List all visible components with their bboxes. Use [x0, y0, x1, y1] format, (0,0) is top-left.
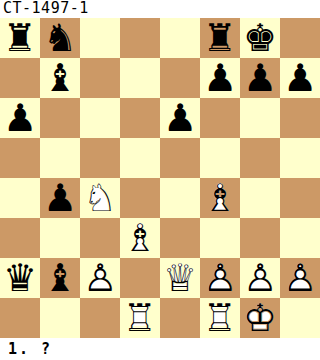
piece-black-knight[interactable]: ♞ — [40, 18, 80, 58]
square-a4[interactable] — [0, 178, 40, 218]
square-d7[interactable] — [120, 58, 160, 98]
square-f7[interactable]: ♟ — [200, 58, 240, 98]
piece-outline-glyph: ♕ — [163, 259, 197, 297]
square-e2[interactable]: ♛♕ — [160, 258, 200, 298]
piece-white-bishop[interactable]: ♝♗ — [120, 218, 160, 258]
square-d8[interactable] — [120, 18, 160, 58]
piece-glyph: ♞ — [43, 19, 77, 57]
square-d2[interactable] — [120, 258, 160, 298]
square-f3[interactable] — [200, 218, 240, 258]
square-a3[interactable] — [0, 218, 40, 258]
square-g3[interactable] — [240, 218, 280, 258]
move-prompt: 1. ? — [0, 338, 320, 360]
square-c4[interactable]: ♞♘ — [80, 178, 120, 218]
piece-black-queen[interactable]: ♛ — [0, 258, 40, 298]
piece-white-pawn[interactable]: ♟♙ — [80, 258, 120, 298]
piece-white-king[interactable]: ♚♔ — [240, 298, 280, 338]
piece-outline-glyph: ♙ — [243, 259, 277, 297]
piece-glyph: ♜ — [203, 19, 237, 57]
square-g8[interactable]: ♚ — [240, 18, 280, 58]
square-f2[interactable]: ♟♙ — [200, 258, 240, 298]
square-c3[interactable] — [80, 218, 120, 258]
piece-black-pawn[interactable]: ♟ — [40, 178, 80, 218]
square-g7[interactable]: ♟ — [240, 58, 280, 98]
piece-glyph: ♝ — [43, 59, 77, 97]
piece-glyph: ♚ — [243, 19, 277, 57]
piece-black-pawn[interactable]: ♟ — [240, 58, 280, 98]
piece-outline-glyph: ♙ — [283, 259, 317, 297]
square-a2[interactable]: ♛ — [0, 258, 40, 298]
square-e3[interactable] — [160, 218, 200, 258]
square-b1[interactable] — [40, 298, 80, 338]
piece-glyph: ♝ — [43, 259, 77, 297]
square-e7[interactable] — [160, 58, 200, 98]
piece-glyph: ♟ — [243, 59, 277, 97]
piece-glyph: ♟ — [283, 59, 317, 97]
piece-outline-glyph: ♘ — [83, 179, 117, 217]
piece-black-bishop[interactable]: ♝ — [40, 258, 80, 298]
piece-outline-glyph: ♖ — [203, 299, 237, 337]
square-c2[interactable]: ♟♙ — [80, 258, 120, 298]
square-d5[interactable] — [120, 138, 160, 178]
square-e6[interactable]: ♟ — [160, 98, 200, 138]
chess-board: ♜♞♜♚♝♟♟♟♟♟♟♞♘♝♗♝♗♛♝♟♙♛♕♟♙♟♙♟♙♜♖♜♖♚♔ — [0, 18, 320, 338]
piece-white-rook[interactable]: ♜♖ — [200, 298, 240, 338]
square-b2[interactable]: ♝ — [40, 258, 80, 298]
square-c5[interactable] — [80, 138, 120, 178]
square-h8[interactable] — [280, 18, 320, 58]
square-a6[interactable]: ♟ — [0, 98, 40, 138]
piece-outline-glyph: ♗ — [123, 219, 157, 257]
square-e8[interactable] — [160, 18, 200, 58]
piece-white-pawn[interactable]: ♟♙ — [280, 258, 320, 298]
square-d3[interactable]: ♝♗ — [120, 218, 160, 258]
square-h1[interactable] — [280, 298, 320, 338]
square-c8[interactable] — [80, 18, 120, 58]
piece-black-king[interactable]: ♚ — [240, 18, 280, 58]
square-a5[interactable] — [0, 138, 40, 178]
piece-black-pawn[interactable]: ♟ — [280, 58, 320, 98]
square-f1[interactable]: ♜♖ — [200, 298, 240, 338]
piece-black-rook[interactable]: ♜ — [200, 18, 240, 58]
square-g5[interactable] — [240, 138, 280, 178]
piece-glyph: ♟ — [163, 99, 197, 137]
square-f8[interactable]: ♜ — [200, 18, 240, 58]
piece-glyph: ♜ — [3, 19, 37, 57]
square-h7[interactable]: ♟ — [280, 58, 320, 98]
piece-white-pawn[interactable]: ♟♙ — [200, 258, 240, 298]
piece-black-pawn[interactable]: ♟ — [0, 98, 40, 138]
square-h4[interactable] — [280, 178, 320, 218]
square-b4[interactable]: ♟ — [40, 178, 80, 218]
chess-puzzle-window: CT-1497-1 ♜♞♜♚♝♟♟♟♟♟♟♞♘♝♗♝♗♛♝♟♙♛♕♟♙♟♙♟♙♜… — [0, 0, 320, 360]
square-f6[interactable] — [200, 98, 240, 138]
square-g4[interactable] — [240, 178, 280, 218]
piece-outline-glyph: ♙ — [83, 259, 117, 297]
square-h6[interactable] — [280, 98, 320, 138]
piece-black-pawn[interactable]: ♟ — [160, 98, 200, 138]
square-c7[interactable] — [80, 58, 120, 98]
piece-white-queen[interactable]: ♛♕ — [160, 258, 200, 298]
square-f4[interactable]: ♝♗ — [200, 178, 240, 218]
square-a1[interactable] — [0, 298, 40, 338]
piece-black-pawn[interactable]: ♟ — [200, 58, 240, 98]
square-h3[interactable] — [280, 218, 320, 258]
square-b6[interactable] — [40, 98, 80, 138]
piece-glyph: ♛ — [3, 259, 37, 297]
piece-black-bishop[interactable]: ♝ — [40, 58, 80, 98]
square-b8[interactable]: ♞ — [40, 18, 80, 58]
square-a7[interactable] — [0, 58, 40, 98]
square-e4[interactable] — [160, 178, 200, 218]
square-a8[interactable]: ♜ — [0, 18, 40, 58]
square-e1[interactable] — [160, 298, 200, 338]
square-d4[interactable] — [120, 178, 160, 218]
square-h2[interactable]: ♟♙ — [280, 258, 320, 298]
square-f5[interactable] — [200, 138, 240, 178]
piece-white-pawn[interactable]: ♟♙ — [240, 258, 280, 298]
piece-outline-glyph: ♙ — [203, 259, 237, 297]
square-h5[interactable] — [280, 138, 320, 178]
square-b5[interactable] — [40, 138, 80, 178]
piece-glyph: ♟ — [203, 59, 237, 97]
square-b3[interactable] — [40, 218, 80, 258]
piece-outline-glyph: ♖ — [123, 299, 157, 337]
piece-outline-glyph: ♔ — [243, 299, 277, 337]
square-g6[interactable] — [240, 98, 280, 138]
piece-white-bishop[interactable]: ♝♗ — [200, 178, 240, 218]
piece-white-knight[interactable]: ♞♘ — [80, 178, 120, 218]
square-g1[interactable]: ♚♔ — [240, 298, 280, 338]
piece-black-rook[interactable]: ♜ — [0, 18, 40, 58]
square-d1[interactable]: ♜♖ — [120, 298, 160, 338]
piece-glyph: ♟ — [43, 179, 77, 217]
square-d6[interactable] — [120, 98, 160, 138]
square-c6[interactable] — [80, 98, 120, 138]
piece-glyph: ♟ — [3, 99, 37, 137]
square-c1[interactable] — [80, 298, 120, 338]
square-g2[interactable]: ♟♙ — [240, 258, 280, 298]
piece-white-rook[interactable]: ♜♖ — [120, 298, 160, 338]
square-b7[interactable]: ♝ — [40, 58, 80, 98]
piece-outline-glyph: ♗ — [203, 179, 237, 217]
square-e5[interactable] — [160, 138, 200, 178]
